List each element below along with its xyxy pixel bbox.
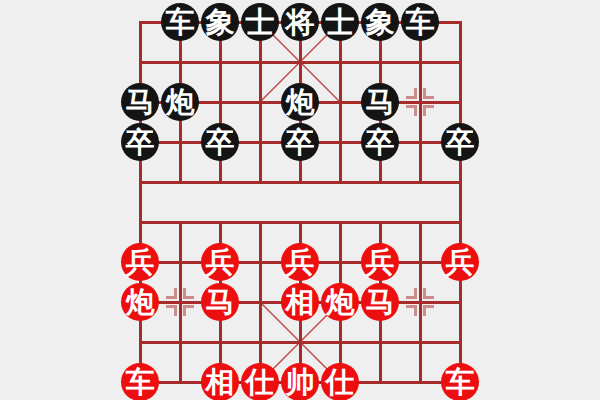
piece-red-soldier[interactable]: 兵 <box>201 243 239 281</box>
piece-black-cannon[interactable]: 炮 <box>281 83 319 121</box>
piece-red-soldier[interactable]: 兵 <box>441 243 479 281</box>
marker-corner <box>166 305 177 316</box>
marker-corner <box>423 88 434 99</box>
marker-corner <box>406 88 417 99</box>
piece-black-soldier[interactable]: 卒 <box>441 123 479 161</box>
grid-line <box>459 21 462 383</box>
piece-black-horse[interactable]: 马 <box>121 83 159 121</box>
marker-corner <box>406 105 417 116</box>
piece-black-cannon[interactable]: 炮 <box>161 83 199 121</box>
last-move-marker <box>405 287 435 317</box>
piece-black-horse[interactable]: 马 <box>361 83 399 121</box>
piece-black-advisor[interactable]: 士 <box>241 3 279 41</box>
marker-corner <box>183 305 194 316</box>
piece-red-soldier[interactable]: 兵 <box>121 243 159 281</box>
xiangqi-app: 车象士将士象车马炮炮马卒卒卒卒卒兵兵兵兵兵炮马相炮马车相仕帅仕车 <box>0 0 600 400</box>
piece-red-advisor[interactable]: 仕 <box>321 363 359 400</box>
last-move-marker <box>165 287 195 317</box>
piece-red-cannon[interactable]: 炮 <box>121 283 159 321</box>
piece-black-soldier[interactable]: 卒 <box>281 123 319 161</box>
marker-corner <box>423 288 434 299</box>
piece-red-soldier[interactable]: 兵 <box>281 243 319 281</box>
grid-line <box>139 21 142 383</box>
marker-corner <box>423 105 434 116</box>
piece-black-advisor[interactable]: 士 <box>321 3 359 41</box>
last-move-marker <box>405 87 435 117</box>
piece-black-general[interactable]: 将 <box>281 3 319 41</box>
marker-corner <box>406 288 417 299</box>
piece-red-general[interactable]: 帅 <box>281 363 319 400</box>
marker-corner <box>166 288 177 299</box>
piece-black-chariot[interactable]: 车 <box>161 3 199 41</box>
piece-black-soldier[interactable]: 卒 <box>121 123 159 161</box>
piece-red-advisor[interactable]: 仕 <box>241 363 279 400</box>
grid-line <box>339 21 342 183</box>
grid-line <box>259 221 262 383</box>
piece-red-elephant[interactable]: 相 <box>281 283 319 321</box>
piece-red-soldier[interactable]: 兵 <box>361 243 399 281</box>
marker-corner <box>406 305 417 316</box>
piece-black-elephant[interactable]: 象 <box>361 3 399 41</box>
piece-red-horse[interactable]: 马 <box>361 283 399 321</box>
marker-corner <box>423 305 434 316</box>
grid-line <box>259 21 262 183</box>
piece-black-chariot[interactable]: 车 <box>401 3 439 41</box>
xiangqi-board: 车象士将士象车马炮炮马卒卒卒卒卒兵兵兵兵兵炮马相炮马车相仕帅仕车 <box>140 22 460 382</box>
marker-corner <box>183 288 194 299</box>
piece-red-cannon[interactable]: 炮 <box>321 283 359 321</box>
piece-black-soldier[interactable]: 卒 <box>361 123 399 161</box>
piece-black-soldier[interactable]: 卒 <box>201 123 239 161</box>
piece-black-elephant[interactable]: 象 <box>201 3 239 41</box>
piece-red-horse[interactable]: 马 <box>201 283 239 321</box>
piece-red-elephant[interactable]: 相 <box>201 363 239 400</box>
piece-red-chariot[interactable]: 车 <box>441 363 479 400</box>
piece-red-chariot[interactable]: 车 <box>121 363 159 400</box>
